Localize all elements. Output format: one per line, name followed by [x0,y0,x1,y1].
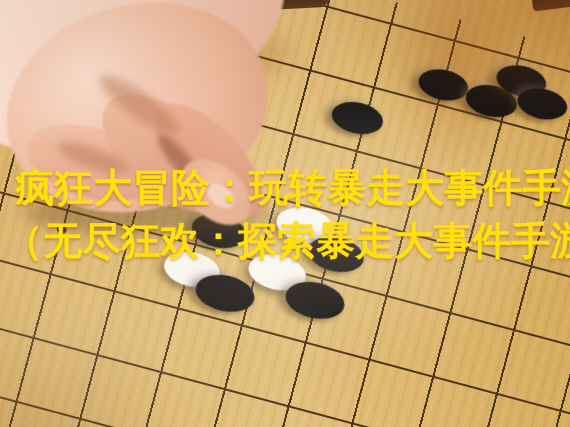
title-line-2: （无尽狂欢：探索暴走大事件手游 [4,219,570,263]
title-line-1: 疯狂大冒险：玩转暴走大事件手游 [15,166,570,210]
hand-photo [0,0,570,427]
go-photo-canvas: ●●●●●●●●●●●● 疯狂大冒险：玩转暴走大事件手游 （无尽狂欢：探索暴走大… [0,0,570,427]
